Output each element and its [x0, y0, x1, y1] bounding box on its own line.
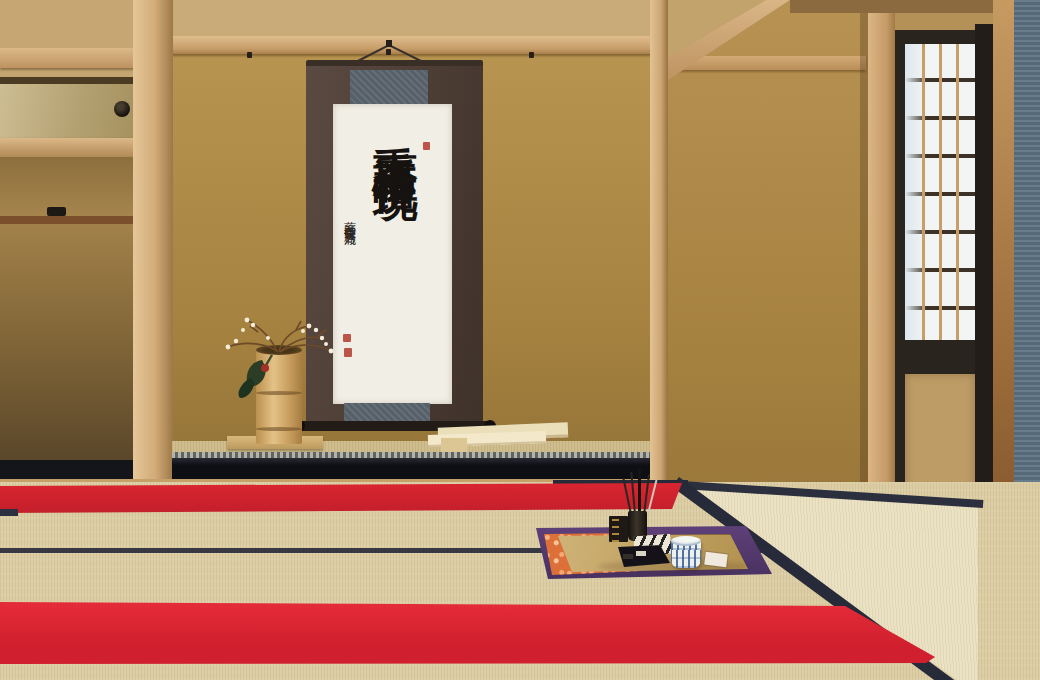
rail-peg [529, 52, 534, 58]
left-base-board [0, 460, 133, 481]
lacquer-box-gold [609, 516, 628, 542]
camellia-bud [261, 364, 269, 372]
upper-shelf-board [0, 138, 141, 157]
rail-peg [247, 52, 252, 58]
lower-shelf-board [0, 216, 136, 224]
tray-implement [636, 551, 646, 556]
small-object-on-shelf [47, 207, 66, 216]
scroll-brocade-top [350, 70, 428, 106]
shoji-kumiko [939, 44, 942, 340]
wall-corner-shadow [860, 0, 868, 490]
shoji-kumiko [922, 44, 925, 340]
tray-implement [623, 554, 633, 559]
door-pull-icon [114, 101, 130, 117]
incense-tool [638, 469, 641, 515]
whitewood-block [441, 438, 467, 452]
paper-packet [704, 552, 727, 568]
sliding-door-panel [0, 84, 133, 138]
left-track-slot [0, 77, 133, 84]
bamboo-node [256, 427, 302, 431]
tea-room-photo: 熏香誘禅悦境 薬師寺長臈秀胤 [0, 0, 1040, 680]
window-side-post [868, 0, 895, 525]
left-beam [0, 48, 140, 68]
flower-branches [200, 312, 350, 407]
right-wood-post [650, 0, 668, 486]
scroll-hook-icon [386, 40, 392, 47]
red-seal [423, 142, 430, 150]
lower-alcove [0, 224, 133, 462]
red-felt-runner-near [0, 600, 940, 666]
left-wood-post [133, 0, 173, 483]
porcelain-cup-rim [671, 536, 701, 546]
tatami-edge-left [0, 509, 18, 516]
tokonoma-black-kamachi [172, 458, 656, 479]
right-room-wall [650, 0, 868, 483]
calligraphy-main-text: 熏香誘禅悦境 [368, 110, 418, 408]
left-wall-top [0, 0, 140, 48]
shoji-window [895, 30, 985, 523]
shelf-recess [0, 157, 133, 216]
wall-above-rail [133, 0, 655, 36]
red-felt-runner-far [0, 482, 686, 514]
shoji-kumiko [956, 44, 959, 340]
